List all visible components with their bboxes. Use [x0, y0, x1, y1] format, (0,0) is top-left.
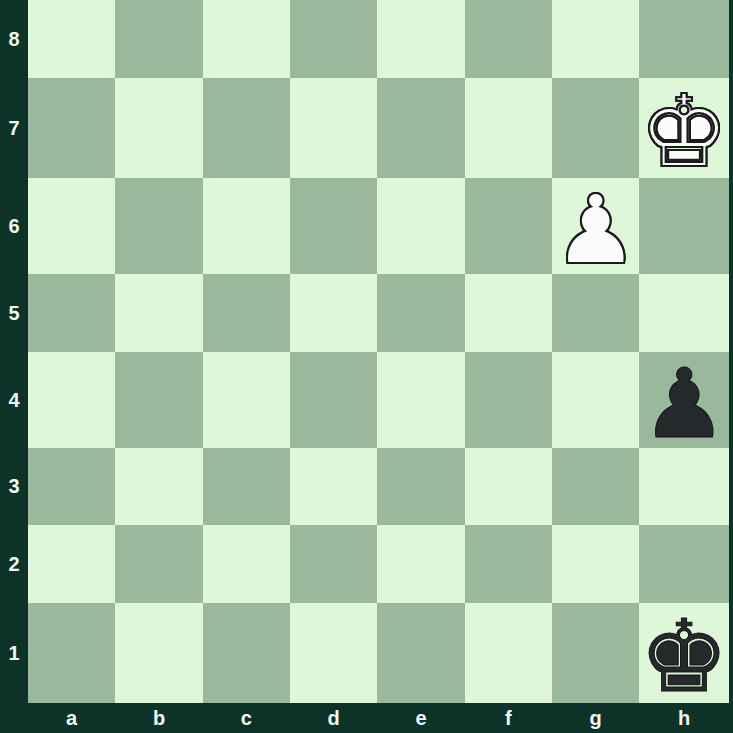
square-h2[interactable]: [639, 525, 729, 603]
square-c6[interactable]: [203, 178, 290, 274]
file-label-c: c: [203, 703, 290, 733]
square-h8[interactable]: [639, 0, 729, 78]
board-frame-corner: [729, 703, 733, 733]
board-frame-right: [729, 274, 733, 352]
square-e3[interactable]: [377, 448, 464, 526]
rank-label-6: 6: [0, 178, 28, 274]
file-label-text: d: [328, 708, 340, 728]
square-e5[interactable]: [377, 274, 464, 352]
square-d6[interactable]: [290, 178, 377, 274]
square-e1[interactable]: [377, 603, 464, 703]
square-d7[interactable]: [290, 78, 377, 178]
board-frame-right: [729, 78, 733, 178]
square-c7[interactable]: [203, 78, 290, 178]
square-f3[interactable]: [465, 448, 552, 526]
chess-board: 87♚6♟54♟321♚abcdefgh: [0, 0, 733, 733]
square-h1[interactable]: ♚: [639, 603, 729, 703]
file-label-d: d: [290, 703, 377, 733]
rank-label-5: 5: [0, 274, 28, 352]
rank-label-text: 7: [8, 118, 19, 138]
file-label-g: g: [552, 703, 639, 733]
rank-label-1: 1: [0, 603, 28, 703]
square-d1[interactable]: [290, 603, 377, 703]
rank-label-text: 8: [8, 29, 19, 49]
square-b8[interactable]: [115, 0, 202, 78]
square-g4[interactable]: [552, 352, 639, 448]
board-frame-right: [729, 178, 733, 274]
square-g6[interactable]: ♟: [552, 178, 639, 274]
square-a2[interactable]: [28, 525, 115, 603]
square-d3[interactable]: [290, 448, 377, 526]
square-e4[interactable]: [377, 352, 464, 448]
square-g1[interactable]: [552, 603, 639, 703]
square-g3[interactable]: [552, 448, 639, 526]
square-b2[interactable]: [115, 525, 202, 603]
square-e8[interactable]: [377, 0, 464, 78]
file-label-text: f: [505, 708, 512, 728]
square-h5[interactable]: [639, 274, 729, 352]
white-king[interactable]: ♚: [639, 82, 729, 182]
square-f6[interactable]: [465, 178, 552, 274]
board-frame-right: [729, 352, 733, 448]
file-label-text: c: [241, 708, 252, 728]
square-d5[interactable]: [290, 274, 377, 352]
square-f5[interactable]: [465, 274, 552, 352]
file-label-text: a: [66, 708, 77, 728]
square-e6[interactable]: [377, 178, 464, 274]
board-frame-corner: [0, 703, 28, 733]
square-a8[interactable]: [28, 0, 115, 78]
square-c1[interactable]: [203, 603, 290, 703]
square-c5[interactable]: [203, 274, 290, 352]
rank-label-text: 1: [8, 643, 19, 663]
rank-label-text: 4: [8, 390, 19, 410]
square-h6[interactable]: [639, 178, 729, 274]
rank-label-text: 5: [8, 303, 19, 323]
rank-label-8: 8: [0, 0, 28, 78]
board-frame-right: [729, 603, 733, 703]
board-frame-right: [729, 448, 733, 526]
square-h4[interactable]: ♟: [639, 352, 729, 448]
rank-label-2: 2: [0, 525, 28, 603]
file-label-e: e: [377, 703, 464, 733]
square-f1[interactable]: [465, 603, 552, 703]
file-label-a: a: [28, 703, 115, 733]
square-b5[interactable]: [115, 274, 202, 352]
square-f7[interactable]: [465, 78, 552, 178]
square-f2[interactable]: [465, 525, 552, 603]
square-a6[interactable]: [28, 178, 115, 274]
square-a3[interactable]: [28, 448, 115, 526]
square-c2[interactable]: [203, 525, 290, 603]
board-frame-right: [729, 525, 733, 603]
file-label-f: f: [465, 703, 552, 733]
file-label-b: b: [115, 703, 202, 733]
rank-label-4: 4: [0, 352, 28, 448]
square-b4[interactable]: [115, 352, 202, 448]
square-f4[interactable]: [465, 352, 552, 448]
square-c4[interactable]: [203, 352, 290, 448]
file-label-text: e: [415, 708, 426, 728]
square-b7[interactable]: [115, 78, 202, 178]
square-h7[interactable]: ♚: [639, 78, 729, 178]
square-c8[interactable]: [203, 0, 290, 78]
square-f8[interactable]: [465, 0, 552, 78]
square-e7[interactable]: [377, 78, 464, 178]
square-a5[interactable]: [28, 274, 115, 352]
square-c3[interactable]: [203, 448, 290, 526]
rank-label-text: 2: [8, 554, 19, 574]
square-b1[interactable]: [115, 603, 202, 703]
rank-label-text: 3: [8, 476, 19, 496]
black-king[interactable]: ♚: [639, 607, 729, 707]
rank-label-text: 6: [8, 216, 19, 236]
rank-label-3: 3: [0, 448, 28, 526]
square-d2[interactable]: [290, 525, 377, 603]
square-g7[interactable]: [552, 78, 639, 178]
black-pawn[interactable]: ♟: [641, 356, 727, 452]
square-g2[interactable]: [552, 525, 639, 603]
square-e2[interactable]: [377, 525, 464, 603]
square-a7[interactable]: [28, 78, 115, 178]
rank-label-7: 7: [0, 78, 28, 178]
square-b3[interactable]: [115, 448, 202, 526]
square-d4[interactable]: [290, 352, 377, 448]
square-d8[interactable]: [290, 0, 377, 78]
square-b6[interactable]: [115, 178, 202, 274]
square-a1[interactable]: [28, 603, 115, 703]
board-frame-right: [729, 0, 733, 78]
file-label-text: g: [590, 708, 602, 728]
white-pawn[interactable]: ♟: [553, 182, 639, 278]
square-g8[interactable]: [552, 0, 639, 78]
file-label-text: b: [153, 708, 165, 728]
square-a4[interactable]: [28, 352, 115, 448]
